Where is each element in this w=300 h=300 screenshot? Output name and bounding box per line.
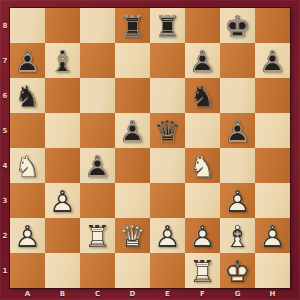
- piece-black-knight[interactable]: ♞♘: [185, 78, 220, 113]
- file-label-f: F: [185, 288, 220, 300]
- square-e3[interactable]: [150, 183, 185, 218]
- square-c7[interactable]: [80, 43, 115, 78]
- square-e4[interactable]: [150, 148, 185, 183]
- rank-label-1: 1: [0, 253, 10, 288]
- rank-label-3: 3: [0, 183, 10, 218]
- square-f6[interactable]: ♞♘: [185, 78, 220, 113]
- square-g2[interactable]: ♝♗: [220, 218, 255, 253]
- square-a7[interactable]: ♟♙: [10, 43, 45, 78]
- square-g6[interactable]: [220, 78, 255, 113]
- square-a1[interactable]: [10, 253, 45, 288]
- square-g8[interactable]: ♚♔: [220, 8, 255, 43]
- square-g5[interactable]: ♟♙: [220, 113, 255, 148]
- rank-label-4: 4: [0, 148, 10, 183]
- square-g1[interactable]: ♚♔: [220, 253, 255, 288]
- square-c1[interactable]: [80, 253, 115, 288]
- file-label-b: B: [45, 288, 80, 300]
- square-g7[interactable]: [220, 43, 255, 78]
- square-d1[interactable]: [115, 253, 150, 288]
- piece-white-rook[interactable]: ♜♖: [80, 218, 115, 253]
- rank-label-5: 5: [0, 113, 10, 148]
- square-d3[interactable]: [115, 183, 150, 218]
- square-f3[interactable]: [185, 183, 220, 218]
- square-a8[interactable]: [10, 8, 45, 43]
- square-d8[interactable]: ♜♖: [115, 8, 150, 43]
- square-e2[interactable]: ♟♙: [150, 218, 185, 253]
- piece-black-king[interactable]: ♚♔: [220, 8, 255, 43]
- rank-label-7: 7: [0, 43, 10, 78]
- piece-white-pawn[interactable]: ♟♙: [45, 183, 80, 218]
- square-h1[interactable]: [255, 253, 290, 288]
- square-a4[interactable]: ♞♘: [10, 148, 45, 183]
- square-c3[interactable]: [80, 183, 115, 218]
- square-h3[interactable]: [255, 183, 290, 218]
- square-f8[interactable]: [185, 8, 220, 43]
- square-h4[interactable]: [255, 148, 290, 183]
- square-b7[interactable]: ♝♗: [45, 43, 80, 78]
- file-label-a: A: [10, 288, 45, 300]
- piece-black-pawn[interactable]: ♟♙: [10, 43, 45, 78]
- square-d5[interactable]: ♟♙: [115, 113, 150, 148]
- square-e6[interactable]: [150, 78, 185, 113]
- board-frame: ♜♖♜♖♚♔♟♙♝♗♟♙♟♙♞♘♞♘♟♙♛♕♟♙♞♘♟♙♞♘♟♙♟♙♟♙♜♖♛♕…: [0, 0, 300, 300]
- square-h7[interactable]: ♟♙: [255, 43, 290, 78]
- square-d4[interactable]: [115, 148, 150, 183]
- piece-white-knight[interactable]: ♞♘: [185, 148, 220, 183]
- square-d6[interactable]: [115, 78, 150, 113]
- piece-black-pawn[interactable]: ♟♙: [185, 43, 220, 78]
- piece-black-knight[interactable]: ♞♘: [10, 78, 45, 113]
- square-h2[interactable]: ♟♙: [255, 218, 290, 253]
- square-c4[interactable]: ♟♙: [80, 148, 115, 183]
- piece-black-pawn[interactable]: ♟♙: [115, 113, 150, 148]
- square-b4[interactable]: [45, 148, 80, 183]
- file-label-d: D: [115, 288, 150, 300]
- file-label-e: E: [150, 288, 185, 300]
- square-d2[interactable]: ♛♕: [115, 218, 150, 253]
- piece-black-queen[interactable]: ♛♕: [150, 113, 185, 148]
- square-e5[interactable]: ♛♕: [150, 113, 185, 148]
- piece-black-rook[interactable]: ♜♖: [115, 8, 150, 43]
- square-a6[interactable]: ♞♘: [10, 78, 45, 113]
- square-b6[interactable]: [45, 78, 80, 113]
- rank-label-6: 6: [0, 78, 10, 113]
- file-label-g: G: [220, 288, 255, 300]
- square-c6[interactable]: [80, 78, 115, 113]
- piece-white-pawn[interactable]: ♟♙: [185, 218, 220, 253]
- piece-white-pawn[interactable]: ♟♙: [220, 183, 255, 218]
- square-e1[interactable]: [150, 253, 185, 288]
- rank-label-8: 8: [0, 8, 10, 43]
- square-h6[interactable]: [255, 78, 290, 113]
- piece-black-pawn[interactable]: ♟♙: [220, 113, 255, 148]
- piece-white-rook[interactable]: ♜♖: [185, 253, 220, 288]
- file-label-h: H: [255, 288, 290, 300]
- square-f1[interactable]: ♜♖: [185, 253, 220, 288]
- rank-label-2: 2: [0, 218, 10, 253]
- square-e8[interactable]: ♜♖: [150, 8, 185, 43]
- piece-black-pawn[interactable]: ♟♙: [255, 43, 290, 78]
- square-c2[interactable]: ♜♖: [80, 218, 115, 253]
- square-b8[interactable]: [45, 8, 80, 43]
- square-b2[interactable]: [45, 218, 80, 253]
- square-f5[interactable]: [185, 113, 220, 148]
- square-a3[interactable]: [10, 183, 45, 218]
- square-a2[interactable]: ♟♙: [10, 218, 45, 253]
- piece-white-queen[interactable]: ♛♕: [115, 218, 150, 253]
- piece-white-bishop[interactable]: ♝♗: [220, 218, 255, 253]
- square-b3[interactable]: ♟♙: [45, 183, 80, 218]
- square-g3[interactable]: ♟♙: [220, 183, 255, 218]
- square-h5[interactable]: [255, 113, 290, 148]
- square-a5[interactable]: [10, 113, 45, 148]
- square-f4[interactable]: ♞♘: [185, 148, 220, 183]
- square-d7[interactable]: [115, 43, 150, 78]
- piece-black-bishop[interactable]: ♝♗: [45, 43, 80, 78]
- square-b1[interactable]: [45, 253, 80, 288]
- file-label-c: C: [80, 288, 115, 300]
- square-c8[interactable]: [80, 8, 115, 43]
- square-h8[interactable]: [255, 8, 290, 43]
- piece-white-king[interactable]: ♚♔: [220, 253, 255, 288]
- square-b5[interactable]: [45, 113, 80, 148]
- piece-white-pawn[interactable]: ♟♙: [150, 218, 185, 253]
- square-e7[interactable]: [150, 43, 185, 78]
- square-f2[interactable]: ♟♙: [185, 218, 220, 253]
- square-f7[interactable]: ♟♙: [185, 43, 220, 78]
- square-c5[interactable]: [80, 113, 115, 148]
- piece-black-rook[interactable]: ♜♖: [150, 8, 185, 43]
- piece-white-knight[interactable]: ♞♘: [10, 148, 45, 183]
- square-g4[interactable]: [220, 148, 255, 183]
- chess-board: ♜♖♜♖♚♔♟♙♝♗♟♙♟♙♞♘♞♘♟♙♛♕♟♙♞♘♟♙♞♘♟♙♟♙♟♙♜♖♛♕…: [10, 8, 290, 288]
- piece-white-pawn[interactable]: ♟♙: [10, 218, 45, 253]
- piece-white-pawn[interactable]: ♟♙: [255, 218, 290, 253]
- piece-black-pawn[interactable]: ♟♙: [80, 148, 115, 183]
